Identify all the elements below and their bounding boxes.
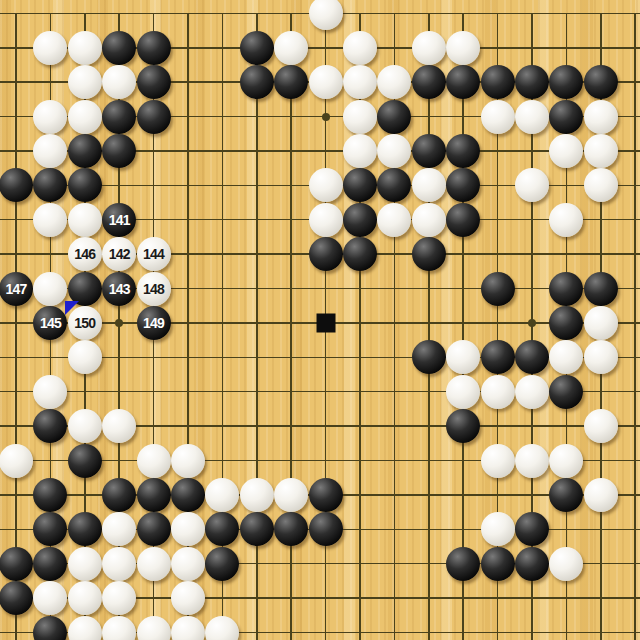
white-stone[interactable] bbox=[137, 444, 171, 478]
white-stone[interactable] bbox=[102, 512, 136, 546]
white-stone[interactable] bbox=[584, 100, 618, 134]
white-stone[interactable] bbox=[446, 31, 480, 65]
white-stone[interactable] bbox=[584, 134, 618, 168]
white-stone[interactable] bbox=[274, 31, 308, 65]
white-stone[interactable] bbox=[549, 547, 583, 581]
white-stone[interactable] bbox=[446, 375, 480, 409]
white-stone[interactable]: 146 bbox=[68, 237, 102, 271]
black-stone[interactable] bbox=[549, 478, 583, 512]
white-stone[interactable] bbox=[68, 547, 102, 581]
black-stone[interactable] bbox=[0, 547, 33, 581]
black-stone[interactable] bbox=[549, 65, 583, 99]
black-stone[interactable] bbox=[515, 340, 549, 374]
black-stone[interactable] bbox=[584, 272, 618, 306]
white-stone[interactable] bbox=[549, 340, 583, 374]
white-stone[interactable] bbox=[309, 203, 343, 237]
black-stone[interactable] bbox=[343, 203, 377, 237]
grid-vline bbox=[634, 13, 636, 640]
move-number-label: 147 bbox=[6, 282, 27, 296]
white-stone[interactable]: 142 bbox=[102, 237, 136, 271]
white-stone[interactable] bbox=[584, 478, 618, 512]
black-stone[interactable]: 149 bbox=[137, 306, 171, 340]
move-number-label: 143 bbox=[109, 282, 130, 296]
black-stone[interactable] bbox=[68, 134, 102, 168]
white-stone[interactable] bbox=[515, 444, 549, 478]
white-stone[interactable] bbox=[171, 512, 205, 546]
white-stone[interactable] bbox=[481, 444, 515, 478]
white-stone[interactable] bbox=[481, 512, 515, 546]
black-stone[interactable] bbox=[343, 237, 377, 271]
white-stone[interactable] bbox=[584, 306, 618, 340]
black-stone[interactable] bbox=[549, 272, 583, 306]
black-stone[interactable] bbox=[515, 65, 549, 99]
triangle-marker bbox=[65, 301, 79, 315]
black-stone[interactable] bbox=[33, 512, 67, 546]
black-stone[interactable] bbox=[549, 100, 583, 134]
black-stone[interactable] bbox=[68, 444, 102, 478]
black-stone[interactable] bbox=[137, 65, 171, 99]
white-stone[interactable] bbox=[102, 616, 136, 640]
black-stone[interactable] bbox=[137, 478, 171, 512]
black-stone[interactable] bbox=[240, 65, 274, 99]
white-stone[interactable] bbox=[584, 409, 618, 443]
black-stone[interactable] bbox=[446, 203, 480, 237]
white-stone[interactable] bbox=[481, 375, 515, 409]
white-stone[interactable] bbox=[68, 616, 102, 640]
grid-vline bbox=[428, 13, 430, 640]
black-stone[interactable] bbox=[137, 512, 171, 546]
white-stone[interactable] bbox=[274, 478, 308, 512]
white-stone[interactable] bbox=[377, 203, 411, 237]
white-stone[interactable] bbox=[137, 547, 171, 581]
black-stone[interactable]: 147 bbox=[0, 272, 33, 306]
black-stone[interactable] bbox=[412, 340, 446, 374]
white-stone[interactable] bbox=[309, 0, 343, 30]
black-stone[interactable] bbox=[240, 31, 274, 65]
white-stone[interactable] bbox=[68, 340, 102, 374]
black-stone[interactable] bbox=[33, 616, 67, 640]
square-marker bbox=[316, 313, 335, 332]
white-stone[interactable] bbox=[481, 100, 515, 134]
white-stone[interactable] bbox=[171, 581, 205, 615]
black-stone[interactable] bbox=[412, 134, 446, 168]
white-stone[interactable] bbox=[412, 168, 446, 202]
black-stone[interactable] bbox=[446, 65, 480, 99]
black-stone[interactable] bbox=[137, 100, 171, 134]
black-stone[interactable] bbox=[309, 512, 343, 546]
white-stone[interactable] bbox=[343, 31, 377, 65]
white-stone[interactable] bbox=[33, 272, 67, 306]
star-point bbox=[115, 319, 123, 327]
black-stone[interactable] bbox=[481, 547, 515, 581]
white-stone[interactable] bbox=[137, 616, 171, 640]
black-stone[interactable] bbox=[343, 168, 377, 202]
white-stone[interactable] bbox=[515, 375, 549, 409]
star-point bbox=[322, 113, 330, 121]
move-number-label: 141 bbox=[109, 213, 130, 227]
black-stone[interactable] bbox=[171, 478, 205, 512]
black-stone[interactable] bbox=[137, 31, 171, 65]
white-stone[interactable] bbox=[68, 581, 102, 615]
black-stone[interactable] bbox=[446, 134, 480, 168]
white-stone[interactable] bbox=[33, 581, 67, 615]
white-stone[interactable] bbox=[68, 100, 102, 134]
black-stone[interactable] bbox=[0, 581, 33, 615]
move-number-label: 150 bbox=[74, 316, 95, 330]
white-stone[interactable] bbox=[33, 31, 67, 65]
black-stone[interactable] bbox=[102, 100, 136, 134]
white-stone[interactable] bbox=[68, 31, 102, 65]
move-number-label: 142 bbox=[109, 247, 130, 261]
white-stone[interactable] bbox=[549, 444, 583, 478]
white-stone[interactable] bbox=[412, 203, 446, 237]
white-stone[interactable] bbox=[102, 547, 136, 581]
white-stone[interactable] bbox=[205, 616, 239, 640]
white-stone[interactable] bbox=[102, 409, 136, 443]
black-stone[interactable] bbox=[205, 512, 239, 546]
black-stone[interactable] bbox=[446, 168, 480, 202]
move-number-label: 149 bbox=[143, 316, 164, 330]
move-number-label: 144 bbox=[143, 247, 164, 261]
black-stone[interactable] bbox=[274, 65, 308, 99]
black-stone[interactable] bbox=[412, 237, 446, 271]
black-stone[interactable] bbox=[102, 134, 136, 168]
move-number-label: 148 bbox=[143, 282, 164, 296]
black-stone[interactable] bbox=[515, 512, 549, 546]
white-stone[interactable] bbox=[549, 134, 583, 168]
white-stone[interactable] bbox=[240, 478, 274, 512]
black-stone[interactable]: 143 bbox=[102, 272, 136, 306]
black-stone[interactable] bbox=[33, 478, 67, 512]
white-stone[interactable] bbox=[515, 100, 549, 134]
black-stone[interactable] bbox=[309, 478, 343, 512]
white-stone[interactable] bbox=[171, 616, 205, 640]
black-stone[interactable] bbox=[309, 237, 343, 271]
go-game-screenshot: 141146142144147143148145150149 bbox=[0, 0, 640, 640]
white-stone[interactable] bbox=[309, 65, 343, 99]
white-stone[interactable] bbox=[412, 31, 446, 65]
white-stone[interactable] bbox=[102, 65, 136, 99]
black-stone[interactable] bbox=[446, 409, 480, 443]
white-stone[interactable] bbox=[68, 65, 102, 99]
white-stone[interactable] bbox=[68, 409, 102, 443]
white-stone[interactable] bbox=[171, 444, 205, 478]
black-stone[interactable] bbox=[549, 375, 583, 409]
white-stone[interactable] bbox=[377, 134, 411, 168]
white-stone[interactable] bbox=[33, 134, 67, 168]
black-stone[interactable] bbox=[33, 409, 67, 443]
go-board[interactable]: 141146142144147143148145150149 bbox=[0, 0, 640, 640]
move-number-label: 146 bbox=[74, 247, 95, 261]
black-stone[interactable] bbox=[33, 547, 67, 581]
white-stone[interactable]: 148 bbox=[137, 272, 171, 306]
black-stone[interactable] bbox=[377, 168, 411, 202]
black-stone[interactable] bbox=[377, 100, 411, 134]
white-stone[interactable] bbox=[102, 581, 136, 615]
white-stone[interactable] bbox=[33, 203, 67, 237]
white-stone[interactable] bbox=[584, 340, 618, 374]
white-stone[interactable] bbox=[446, 340, 480, 374]
white-stone[interactable] bbox=[68, 203, 102, 237]
black-stone[interactable] bbox=[102, 478, 136, 512]
black-stone[interactable] bbox=[515, 547, 549, 581]
black-stone[interactable] bbox=[412, 65, 446, 99]
move-number-label: 145 bbox=[40, 316, 61, 330]
black-stone[interactable] bbox=[33, 168, 67, 202]
white-stone[interactable] bbox=[343, 65, 377, 99]
black-stone[interactable] bbox=[240, 512, 274, 546]
black-stone[interactable] bbox=[205, 547, 239, 581]
star-point bbox=[528, 319, 536, 327]
white-stone[interactable] bbox=[549, 203, 583, 237]
white-stone[interactable]: 144 bbox=[137, 237, 171, 271]
black-stone[interactable] bbox=[481, 65, 515, 99]
white-stone[interactable] bbox=[377, 65, 411, 99]
black-stone[interactable]: 141 bbox=[102, 203, 136, 237]
black-stone[interactable] bbox=[481, 272, 515, 306]
white-stone[interactable] bbox=[205, 478, 239, 512]
black-stone[interactable] bbox=[549, 306, 583, 340]
black-stone[interactable] bbox=[584, 65, 618, 99]
white-stone[interactable] bbox=[343, 134, 377, 168]
white-stone[interactable] bbox=[171, 547, 205, 581]
black-stone[interactable] bbox=[102, 31, 136, 65]
black-stone[interactable]: 145 bbox=[33, 306, 67, 340]
black-stone[interactable] bbox=[0, 168, 33, 202]
white-stone[interactable] bbox=[584, 168, 618, 202]
white-stone[interactable] bbox=[0, 444, 33, 478]
black-stone[interactable] bbox=[274, 512, 308, 546]
white-stone[interactable] bbox=[33, 375, 67, 409]
black-stone[interactable] bbox=[68, 168, 102, 202]
white-stone[interactable] bbox=[309, 168, 343, 202]
white-stone[interactable] bbox=[33, 100, 67, 134]
black-stone[interactable] bbox=[446, 547, 480, 581]
black-stone[interactable] bbox=[481, 340, 515, 374]
white-stone[interactable] bbox=[515, 168, 549, 202]
white-stone[interactable] bbox=[343, 100, 377, 134]
black-stone[interactable] bbox=[68, 512, 102, 546]
